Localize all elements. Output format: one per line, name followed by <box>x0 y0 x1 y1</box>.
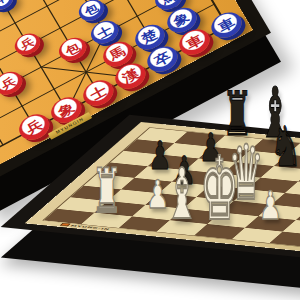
janggi-piece-character: 兵 <box>19 36 36 52</box>
janggi-piece-character: 士 <box>95 24 114 41</box>
janggi-piece-character: 卒 <box>0 0 9 7</box>
janggi-piece-red-3[interactable]: 兵 <box>11 29 45 59</box>
janggi-piece-character: 楚 <box>140 28 160 46</box>
janggi-piece-character: 包 <box>83 2 100 18</box>
janggi-piece-character: 兵 <box>24 118 45 137</box>
janggi-piece-character: 包 <box>63 41 82 58</box>
janggi-piece-character: 馬 <box>108 45 128 63</box>
janggi-piece-red-15[interactable]: 士 <box>78 75 118 111</box>
janggi-piece-red-7[interactable]: 包 <box>55 33 91 65</box>
janggi-piece-character: 漢 <box>120 67 141 86</box>
janggi-piece-character: 象 <box>172 11 192 29</box>
janggi-piece-character: 馬 <box>159 0 178 6</box>
janggi-piece-red-6[interactable]: 兵 <box>0 67 26 99</box>
janggi-piece-character: 車 <box>216 16 237 35</box>
chess-piece-black-knight[interactable]: ♞ <box>270 139 300 175</box>
janggi-piece-character: 兵 <box>0 75 18 92</box>
janggi-piece-character: 象 <box>56 101 77 120</box>
janggi-piece-character: 士 <box>88 84 109 103</box>
chess-piece-white-king[interactable]: ♚ <box>200 189 239 233</box>
product-photo-stage: 卒包兵士馬兵包楚象馬車卒漢車士象兵 MYUNGIN MYUNG-IN ♜♝♟♞♟… <box>0 0 300 300</box>
chess-piece-white-bishop[interactable]: ♝ <box>165 191 199 229</box>
janggi-piece-red-17[interactable]: 兵 <box>14 109 54 145</box>
janggi-piece-character: 卒 <box>152 50 173 69</box>
chess-piece-white-pawn[interactable]: ♟ <box>259 199 282 225</box>
janggi-piece-blue-11[interactable]: 車 <box>207 7 247 43</box>
janggi-piece-blue-1[interactable]: 卒 <box>0 0 16 13</box>
chess-piece-white-rook[interactable]: ♜ <box>91 187 121 221</box>
janggi-piece-character: 車 <box>184 33 205 52</box>
